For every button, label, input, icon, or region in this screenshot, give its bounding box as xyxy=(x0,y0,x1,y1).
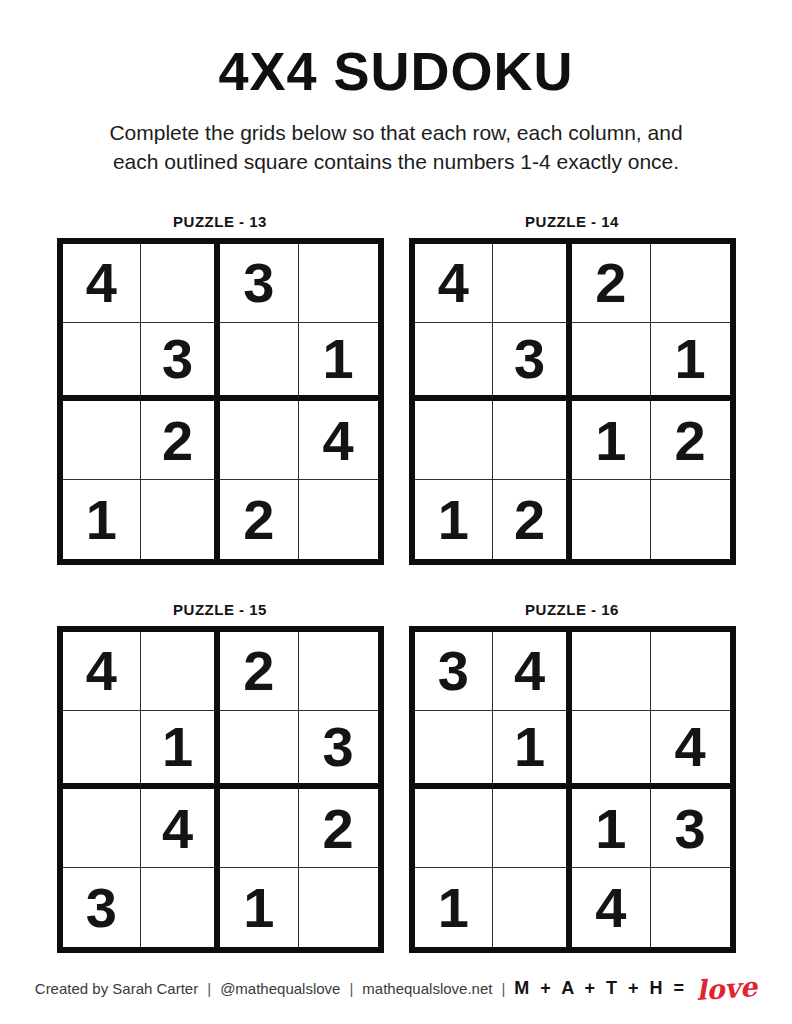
cell-p16-r3c2[interactable] xyxy=(493,789,572,868)
puzzle-16: PUZZLE - 16 34141314 xyxy=(409,601,736,953)
cell-p13-r3c3[interactable] xyxy=(220,401,299,480)
love-script-logo: love xyxy=(695,973,758,1004)
footer: Created by Sarah Carter | @mathequalslov… xyxy=(0,975,792,1002)
cell-p16-r2c3[interactable] xyxy=(572,711,651,790)
cell-p13-r1c2[interactable] xyxy=(141,244,220,323)
page-title: 4X4 SUDOKU xyxy=(0,40,792,102)
cell-p15-r3c3[interactable] xyxy=(220,789,299,868)
cell-p13-r2c1[interactable] xyxy=(63,323,142,402)
cell-p14-r1c4[interactable] xyxy=(651,244,730,323)
math-equals-love-logo-text: M + A + T + H = xyxy=(514,978,687,999)
cell-p15-r2c2: 1 xyxy=(141,711,220,790)
cell-p14-r2c1[interactable] xyxy=(415,323,494,402)
puzzle-14-label: PUZZLE - 14 xyxy=(409,213,736,230)
cell-p13-r4c3: 2 xyxy=(220,480,299,559)
cell-p13-r4c4[interactable] xyxy=(299,480,378,559)
footer-website-link[interactable]: mathequalslove.net xyxy=(362,980,492,997)
cell-p16-r2c4: 4 xyxy=(651,711,730,790)
cell-p13-r2c2: 3 xyxy=(141,323,220,402)
sudoku-board-15: 42134231 xyxy=(57,626,384,953)
cell-p16-r4c4[interactable] xyxy=(651,868,730,947)
cell-p15-r1c4[interactable] xyxy=(299,632,378,711)
cell-p13-r4c1: 1 xyxy=(63,480,142,559)
cell-p13-r2c3[interactable] xyxy=(220,323,299,402)
cell-p15-r4c1: 3 xyxy=(63,868,142,947)
cell-p14-r3c1[interactable] xyxy=(415,401,494,480)
cell-p16-r1c1: 3 xyxy=(415,632,494,711)
cell-p16-r4c1: 1 xyxy=(415,868,494,947)
cell-p14-r1c3: 2 xyxy=(572,244,651,323)
cell-p15-r1c3: 2 xyxy=(220,632,299,711)
instructions: Complete the grids below so that each ro… xyxy=(56,118,736,177)
cell-p14-r3c2[interactable] xyxy=(493,401,572,480)
cell-p14-r4c3[interactable] xyxy=(572,480,651,559)
cell-p13-r1c3: 3 xyxy=(220,244,299,323)
cell-p15-r3c2: 4 xyxy=(141,789,220,868)
footer-separator: | xyxy=(349,980,353,997)
cell-p15-r1c2[interactable] xyxy=(141,632,220,711)
cell-p15-r2c4: 3 xyxy=(299,711,378,790)
cell-p16-r3c4: 3 xyxy=(651,789,730,868)
cell-p14-r4c1: 1 xyxy=(415,480,494,559)
puzzle-13: PUZZLE - 13 43312412 xyxy=(57,213,384,565)
cell-p14-r2c4: 1 xyxy=(651,323,730,402)
cell-p16-r2c2: 1 xyxy=(493,711,572,790)
puzzle-14: PUZZLE - 14 42311212 xyxy=(409,213,736,565)
instructions-line-1: Complete the grids below so that each ro… xyxy=(109,121,682,144)
cell-p16-r1c3[interactable] xyxy=(572,632,651,711)
cell-p16-r3c3: 1 xyxy=(572,789,651,868)
sudoku-board-14: 42311212 xyxy=(409,238,736,565)
puzzle-grid-area: PUZZLE - 13 43312412 PUZZLE - 14 4231121… xyxy=(0,213,792,953)
cell-p16-r2c1[interactable] xyxy=(415,711,494,790)
puzzle-15-label: PUZZLE - 15 xyxy=(57,601,384,618)
cell-p14-r1c2[interactable] xyxy=(493,244,572,323)
puzzle-15: PUZZLE - 15 42134231 xyxy=(57,601,384,953)
cell-p15-r3c1[interactable] xyxy=(63,789,142,868)
footer-social-handle[interactable]: @mathequalslove xyxy=(220,980,340,997)
cell-p14-r4c4[interactable] xyxy=(651,480,730,559)
cell-p13-r4c2[interactable] xyxy=(141,480,220,559)
cell-p14-r3c3: 1 xyxy=(572,401,651,480)
puzzle-16-label: PUZZLE - 16 xyxy=(409,601,736,618)
cell-p16-r1c2: 4 xyxy=(493,632,572,711)
cell-p14-r1c1: 4 xyxy=(415,244,494,323)
cell-p13-r3c2: 2 xyxy=(141,401,220,480)
cell-p16-r1c4[interactable] xyxy=(651,632,730,711)
cell-p15-r4c4[interactable] xyxy=(299,868,378,947)
cell-p13-r1c1: 4 xyxy=(63,244,142,323)
cell-p15-r3c4: 2 xyxy=(299,789,378,868)
instructions-line-2: each outlined square contains the number… xyxy=(113,150,679,173)
cell-p13-r3c1[interactable] xyxy=(63,401,142,480)
cell-p15-r1c1: 4 xyxy=(63,632,142,711)
cell-p14-r4c2: 2 xyxy=(493,480,572,559)
footer-credit: Created by Sarah Carter xyxy=(35,980,198,997)
cell-p15-r4c3: 1 xyxy=(220,868,299,947)
cell-p13-r3c4: 4 xyxy=(299,401,378,480)
cell-p16-r4c3: 4 xyxy=(572,868,651,947)
cell-p16-r4c2[interactable] xyxy=(493,868,572,947)
sudoku-board-13: 43312412 xyxy=(57,238,384,565)
cell-p15-r2c1[interactable] xyxy=(63,711,142,790)
cell-p14-r3c4: 2 xyxy=(651,401,730,480)
cell-p13-r1c4[interactable] xyxy=(299,244,378,323)
cell-p15-r4c2[interactable] xyxy=(141,868,220,947)
cell-p16-r3c1[interactable] xyxy=(415,789,494,868)
cell-p14-r2c2: 3 xyxy=(493,323,572,402)
puzzle-13-label: PUZZLE - 13 xyxy=(57,213,384,230)
cell-p14-r2c3[interactable] xyxy=(572,323,651,402)
footer-separator: | xyxy=(501,980,505,997)
sudoku-board-16: 34141314 xyxy=(409,626,736,953)
cell-p15-r2c3[interactable] xyxy=(220,711,299,790)
footer-separator: | xyxy=(207,980,211,997)
worksheet-page: 4X4 SUDOKU Complete the grids below so t… xyxy=(0,0,792,1024)
cell-p13-r2c4: 1 xyxy=(299,323,378,402)
